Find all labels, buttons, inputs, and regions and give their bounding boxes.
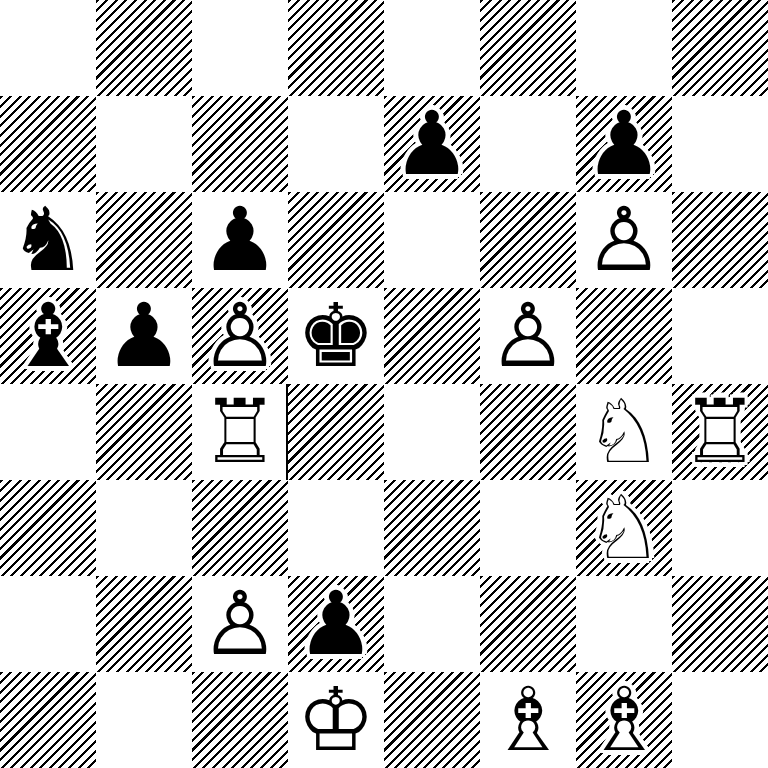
piece-black-pawn: ♟ — [288, 576, 384, 672]
square-c4[interactable]: ♜♖ — [192, 384, 288, 480]
square-g1[interactable]: ♝♗ — [576, 672, 672, 768]
piece-white-bishop: ♗ — [576, 672, 672, 768]
piece-black-pawn: ♟ — [192, 192, 288, 288]
square-f7[interactable] — [480, 96, 576, 192]
square-d1[interactable]: ♚♔ — [288, 672, 384, 768]
piece-halo-black-bishop: ♝ — [0, 288, 96, 384]
square-d7[interactable] — [288, 96, 384, 192]
square-f1[interactable]: ♝♗ — [480, 672, 576, 768]
piece-white-pawn: ♙ — [192, 576, 288, 672]
piece-halo-black-pawn: ♟ — [192, 192, 288, 288]
square-f3[interactable] — [480, 480, 576, 576]
square-e5[interactable] — [384, 288, 480, 384]
piece-halo-black-knight: ♞ — [0, 192, 96, 288]
piece-halo-white-knight: ♞ — [576, 384, 672, 480]
piece-white-pawn: ♙ — [480, 288, 576, 384]
square-a6[interactable]: ♞♞ — [0, 192, 96, 288]
square-b2[interactable] — [96, 576, 192, 672]
piece-halo-black-pawn: ♟ — [384, 96, 480, 192]
square-a2[interactable] — [0, 576, 96, 672]
square-g5[interactable] — [576, 288, 672, 384]
piece-white-rook: ♖ — [192, 384, 288, 480]
square-a1[interactable] — [0, 672, 96, 768]
square-d2[interactable]: ♟♟ — [288, 576, 384, 672]
piece-white-bishop: ♗ — [480, 672, 576, 768]
piece-black-pawn: ♟ — [384, 96, 480, 192]
square-g2[interactable] — [576, 576, 672, 672]
piece-halo-white-king: ♚ — [288, 672, 384, 768]
piece-black-pawn: ♟ — [96, 288, 192, 384]
square-b1[interactable] — [96, 672, 192, 768]
piece-white-pawn: ♙ — [576, 192, 672, 288]
piece-halo-black-pawn: ♟ — [288, 576, 384, 672]
piece-halo-white-pawn: ♟ — [480, 288, 576, 384]
square-h5[interactable] — [672, 288, 768, 384]
square-h2[interactable] — [672, 576, 768, 672]
piece-black-king: ♚ — [288, 288, 384, 384]
square-e1[interactable] — [384, 672, 480, 768]
square-f5[interactable]: ♟♙ — [480, 288, 576, 384]
square-a8[interactable] — [0, 0, 96, 96]
square-e6[interactable] — [384, 192, 480, 288]
square-d8[interactable] — [288, 0, 384, 96]
square-h6[interactable] — [672, 192, 768, 288]
square-h8[interactable] — [672, 0, 768, 96]
piece-white-knight: ♘ — [576, 384, 672, 480]
piece-halo-white-bishop: ♝ — [480, 672, 576, 768]
square-e2[interactable] — [384, 576, 480, 672]
square-g7[interactable]: ♟♟ — [576, 96, 672, 192]
square-g6[interactable]: ♟♙ — [576, 192, 672, 288]
square-a3[interactable] — [0, 480, 96, 576]
square-c8[interactable] — [192, 0, 288, 96]
square-b5[interactable]: ♟♟ — [96, 288, 192, 384]
square-h4[interactable]: ♜♖ — [672, 384, 768, 480]
square-a7[interactable] — [0, 96, 96, 192]
square-b7[interactable] — [96, 96, 192, 192]
square-d6[interactable] — [288, 192, 384, 288]
square-d3[interactable] — [288, 480, 384, 576]
square-f4[interactable] — [480, 384, 576, 480]
square-f2[interactable] — [480, 576, 576, 672]
square-e8[interactable] — [384, 0, 480, 96]
piece-white-king: ♔ — [288, 672, 384, 768]
piece-halo-black-king: ♚ — [288, 288, 384, 384]
square-g4[interactable]: ♞♘ — [576, 384, 672, 480]
square-d4[interactable] — [288, 384, 384, 480]
square-a5[interactable]: ♝♝ — [0, 288, 96, 384]
piece-halo-black-pawn: ♟ — [576, 96, 672, 192]
piece-halo-white-rook: ♜ — [192, 384, 288, 480]
square-b3[interactable] — [96, 480, 192, 576]
piece-white-knight: ♘ — [576, 480, 672, 576]
square-e4[interactable] — [384, 384, 480, 480]
piece-halo-white-rook: ♜ — [672, 384, 768, 480]
square-c1[interactable] — [192, 672, 288, 768]
square-d5[interactable]: ♚♚ — [288, 288, 384, 384]
square-c6[interactable]: ♟♟ — [192, 192, 288, 288]
square-b4[interactable] — [96, 384, 192, 480]
square-h3[interactable] — [672, 480, 768, 576]
square-b6[interactable] — [96, 192, 192, 288]
piece-halo-white-knight: ♞ — [576, 480, 672, 576]
square-b8[interactable] — [96, 0, 192, 96]
square-a4[interactable] — [0, 384, 96, 480]
piece-white-pawn: ♙ — [192, 288, 288, 384]
square-c7[interactable] — [192, 96, 288, 192]
square-c2[interactable]: ♟♙ — [192, 576, 288, 672]
square-c5[interactable]: ♟♙ — [192, 288, 288, 384]
piece-halo-white-bishop: ♝ — [576, 672, 672, 768]
square-e3[interactable] — [384, 480, 480, 576]
piece-black-pawn: ♟ — [576, 96, 672, 192]
piece-black-knight: ♞ — [0, 192, 96, 288]
square-g8[interactable] — [576, 0, 672, 96]
square-h7[interactable] — [672, 96, 768, 192]
square-f8[interactable] — [480, 0, 576, 96]
square-f6[interactable] — [480, 192, 576, 288]
square-h1[interactable] — [672, 672, 768, 768]
piece-halo-white-pawn: ♟ — [192, 288, 288, 384]
chess-board: ♟♟♟♟♞♞♟♟♟♙♝♝♟♟♟♙♚♚♟♙♜♖♞♘♜♖♞♘♟♙♟♟♚♔♝♗♝♗ — [0, 0, 768, 768]
square-g3[interactable]: ♞♘ — [576, 480, 672, 576]
piece-halo-black-pawn: ♟ — [96, 288, 192, 384]
square-c3[interactable] — [192, 480, 288, 576]
piece-halo-white-pawn: ♟ — [576, 192, 672, 288]
piece-black-bishop: ♝ — [0, 288, 96, 384]
piece-white-rook: ♖ — [672, 384, 768, 480]
square-e7[interactable]: ♟♟ — [384, 96, 480, 192]
piece-halo-white-pawn: ♟ — [192, 576, 288, 672]
